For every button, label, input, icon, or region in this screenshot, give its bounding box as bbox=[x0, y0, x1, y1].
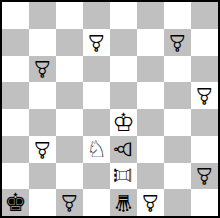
square-b6[interactable]: ♙ bbox=[29, 56, 56, 83]
square-b1[interactable] bbox=[29, 189, 56, 216]
square-g8[interactable] bbox=[164, 2, 191, 29]
square-a2[interactable] bbox=[2, 163, 29, 190]
square-c6[interactable] bbox=[56, 56, 83, 83]
square-g7[interactable]: ♙ bbox=[164, 29, 191, 56]
square-d3[interactable]: ♘ bbox=[83, 136, 110, 163]
square-e6[interactable] bbox=[110, 56, 137, 83]
square-c3[interactable] bbox=[56, 136, 83, 163]
square-h7[interactable] bbox=[191, 29, 218, 56]
white-pawn-inverted: ♙ bbox=[32, 57, 53, 80]
white-pawn-inverted: ♙ bbox=[194, 164, 215, 187]
square-c5[interactable] bbox=[56, 82, 83, 109]
square-h1[interactable] bbox=[191, 189, 218, 216]
white-rook-sideways-left: ♖ bbox=[112, 166, 135, 187]
square-b2[interactable] bbox=[29, 163, 56, 190]
white-pawn-inverted: ♙ bbox=[167, 31, 188, 54]
square-a8[interactable] bbox=[2, 2, 29, 29]
chess-board: ♙♙♙♙♔♙♘♙♖♙♚♙♛♙ bbox=[2, 2, 218, 216]
square-b3[interactable]: ♙ bbox=[29, 136, 56, 163]
square-g3[interactable] bbox=[164, 136, 191, 163]
white-king: ♔ bbox=[112, 110, 134, 135]
square-a6[interactable] bbox=[2, 56, 29, 83]
square-c7[interactable] bbox=[56, 29, 83, 56]
square-h6[interactable] bbox=[191, 56, 218, 83]
square-h3[interactable] bbox=[191, 136, 218, 163]
white-pawn-inverted: ♙ bbox=[86, 31, 107, 54]
square-f1[interactable]: ♙ bbox=[137, 189, 164, 216]
square-g2[interactable] bbox=[164, 163, 191, 190]
square-e3[interactable]: ♙ bbox=[110, 136, 137, 163]
square-c4[interactable] bbox=[56, 109, 83, 136]
square-h4[interactable] bbox=[191, 109, 218, 136]
square-a3[interactable] bbox=[2, 136, 29, 163]
square-h8[interactable] bbox=[191, 2, 218, 29]
square-d4[interactable] bbox=[83, 109, 110, 136]
square-c1[interactable]: ♙ bbox=[56, 189, 83, 216]
square-g4[interactable] bbox=[164, 109, 191, 136]
square-e7[interactable] bbox=[110, 29, 137, 56]
square-a1[interactable]: ♚ bbox=[2, 189, 29, 216]
square-f2[interactable] bbox=[137, 163, 164, 190]
square-d7[interactable]: ♙ bbox=[83, 29, 110, 56]
square-b4[interactable] bbox=[29, 109, 56, 136]
square-b7[interactable] bbox=[29, 29, 56, 56]
square-c2[interactable] bbox=[56, 163, 83, 190]
white-pawn-inverted: ♙ bbox=[194, 84, 215, 107]
black-king: ♚ bbox=[4, 190, 26, 215]
square-f5[interactable] bbox=[137, 82, 164, 109]
board-frame: ♙♙♙♙♔♙♘♙♖♙♚♙♛♙ bbox=[0, 0, 220, 218]
white-pawn-inverted: ♙ bbox=[140, 191, 161, 214]
black-queen-inverted-grasshopper: ♛ bbox=[113, 191, 134, 214]
white-pawn-sideways-left: ♙ bbox=[112, 139, 135, 160]
square-b8[interactable] bbox=[29, 2, 56, 29]
square-e5[interactable] bbox=[110, 82, 137, 109]
square-e2[interactable]: ♖ bbox=[110, 163, 137, 190]
white-pawn-inverted: ♙ bbox=[59, 191, 80, 214]
square-d5[interactable] bbox=[83, 82, 110, 109]
square-e4[interactable]: ♔ bbox=[110, 109, 137, 136]
square-e8[interactable] bbox=[110, 2, 137, 29]
square-h5[interactable]: ♙ bbox=[191, 82, 218, 109]
square-d6[interactable] bbox=[83, 56, 110, 83]
square-d1[interactable] bbox=[83, 189, 110, 216]
square-d2[interactable] bbox=[83, 163, 110, 190]
square-g1[interactable] bbox=[164, 189, 191, 216]
square-a4[interactable] bbox=[2, 109, 29, 136]
square-e1[interactable]: ♛ bbox=[110, 189, 137, 216]
square-f6[interactable] bbox=[137, 56, 164, 83]
white-pawn-inverted: ♙ bbox=[32, 138, 53, 161]
square-d8[interactable] bbox=[83, 2, 110, 29]
square-f7[interactable] bbox=[137, 29, 164, 56]
square-f3[interactable] bbox=[137, 136, 164, 163]
square-g6[interactable] bbox=[164, 56, 191, 83]
square-a7[interactable] bbox=[2, 29, 29, 56]
square-c8[interactable] bbox=[56, 2, 83, 29]
square-f4[interactable] bbox=[137, 109, 164, 136]
square-g5[interactable] bbox=[164, 82, 191, 109]
square-h2[interactable]: ♙ bbox=[191, 163, 218, 190]
white-knight: ♘ bbox=[86, 138, 107, 161]
square-b5[interactable] bbox=[29, 82, 56, 109]
square-a5[interactable] bbox=[2, 82, 29, 109]
square-f8[interactable] bbox=[137, 2, 164, 29]
